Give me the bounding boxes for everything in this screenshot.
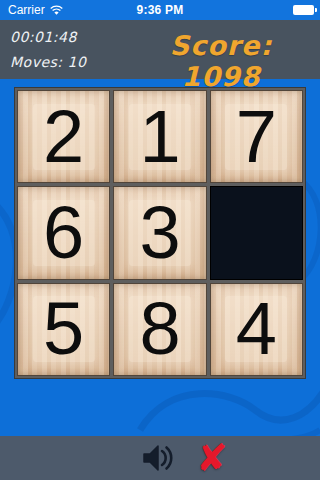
tile-number: 2 — [43, 100, 84, 174]
battery-icon — [293, 5, 314, 15]
tile-number: 1 — [139, 100, 180, 174]
tile-number: 6 — [43, 196, 84, 270]
bottom-toolbar: ✘ — [0, 436, 320, 480]
tile-8[interactable]: 8 — [113, 283, 206, 376]
tile-number: 5 — [43, 292, 84, 366]
tile-number: 7 — [236, 100, 277, 174]
tile-5[interactable]: 5 — [17, 283, 110, 376]
sound-toggle-button[interactable] — [138, 440, 178, 476]
tile-number: 8 — [139, 292, 180, 366]
app-screen: Carrier 9:36 PM 00:01:48 Moves: 10 Score… — [0, 0, 320, 480]
score-label: Score: 1098 — [128, 30, 314, 92]
tile-number: 4 — [236, 292, 277, 366]
tile-2[interactable]: 2 — [17, 90, 110, 183]
game-header: 00:01:48 Moves: 10 Score: 1098 — [0, 20, 320, 79]
empty-cell[interactable] — [210, 186, 303, 279]
tile-3[interactable]: 3 — [113, 186, 206, 279]
status-bar: Carrier 9:36 PM — [0, 0, 320, 20]
timer-label: 00:01:48 — [10, 29, 77, 45]
status-time: 9:36 PM — [0, 0, 320, 20]
tile-number: 3 — [139, 196, 180, 270]
close-button[interactable]: ✘ — [192, 437, 232, 479]
tile-4[interactable]: 4 — [210, 283, 303, 376]
speaker-icon — [140, 442, 176, 474]
moves-label: Moves: 10 — [10, 54, 86, 70]
puzzle-board: 2 1 7 6 3 5 8 4 — [14, 87, 306, 379]
red-x-icon: ✘ — [196, 439, 228, 477]
tile-1[interactable]: 1 — [113, 90, 206, 183]
tile-6[interactable]: 6 — [17, 186, 110, 279]
tile-7[interactable]: 7 — [210, 90, 303, 183]
